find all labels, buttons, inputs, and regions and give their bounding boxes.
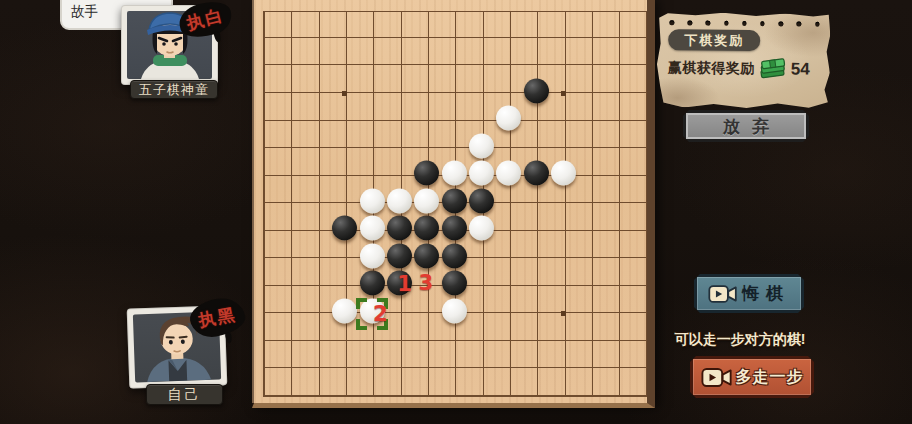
white-stone[interactable]	[469, 161, 494, 186]
white-stone[interactable]	[496, 161, 521, 186]
white-stone[interactable]	[496, 106, 521, 131]
white-stone[interactable]	[360, 216, 385, 241]
extra-move-button[interactable]: 多走一步	[690, 356, 814, 398]
black-stone[interactable]	[442, 271, 467, 296]
self-name: 自己	[168, 386, 202, 404]
speech-text: 故手	[71, 3, 98, 21]
black-stone[interactable]	[414, 216, 439, 241]
give-up-button[interactable]: 放弃	[683, 110, 809, 142]
self-name-badge: 自己	[146, 384, 223, 405]
black-stone[interactable]	[414, 243, 439, 268]
move-number-1: 1	[397, 272, 412, 296]
white-stone[interactable]	[469, 133, 494, 158]
reward-desc: 赢棋获得奖励	[668, 59, 755, 78]
black-stone[interactable]	[442, 243, 467, 268]
side-label-white: 执白	[184, 4, 226, 36]
white-stone[interactable]	[551, 161, 576, 186]
white-stone[interactable]	[387, 188, 412, 213]
white-stone[interactable]	[360, 188, 385, 213]
gomoku-board[interactable]: 123	[252, 0, 655, 408]
opponent-name: 五子棋神童	[139, 81, 209, 99]
reward-panel: 下棋奖励 赢棋获得奖励 54	[657, 12, 831, 109]
board-grid[interactable]	[249, 0, 659, 410]
white-stone[interactable]	[469, 216, 494, 241]
ad-video-icon	[708, 283, 738, 305]
ad-video-icon	[701, 366, 733, 389]
extra-move-label: 多走一步	[736, 367, 804, 388]
game-screen: 123 故手 执白 五子	[0, 0, 912, 424]
black-stone[interactable]	[524, 78, 549, 103]
black-stone[interactable]	[442, 188, 467, 213]
reward-title-badge: 下棋奖励	[668, 29, 760, 51]
undo-move-button[interactable]: 悔棋	[694, 274, 804, 313]
white-stone[interactable]	[442, 298, 467, 323]
white-stone[interactable]	[414, 188, 439, 213]
side-label-black: 执黑	[197, 303, 238, 332]
black-stone[interactable]	[332, 216, 357, 241]
reward-title: 下棋奖励	[684, 31, 744, 50]
black-stone[interactable]	[387, 216, 412, 241]
reward-amount: 54	[791, 59, 810, 79]
move-number-3: 3	[419, 271, 434, 295]
black-stone[interactable]	[414, 161, 439, 186]
opponent-name-badge: 五子棋神童	[130, 80, 218, 99]
white-stone[interactable]	[332, 298, 357, 323]
black-stone[interactable]	[360, 271, 385, 296]
money-stack-icon	[758, 57, 787, 81]
black-stone[interactable]	[469, 188, 494, 213]
black-stone[interactable]	[387, 243, 412, 268]
black-stone[interactable]	[442, 216, 467, 241]
give-up-label: 放弃	[711, 115, 781, 138]
undo-label: 悔棋	[742, 282, 790, 305]
parchment-holes	[669, 20, 819, 26]
reward-line: 赢棋获得奖励 54	[668, 57, 810, 79]
white-stone[interactable]	[442, 161, 467, 186]
black-stone[interactable]	[524, 161, 549, 186]
move-number-2: 2	[373, 301, 388, 325]
hint-text: 可以走一步对方的棋!	[660, 331, 820, 349]
white-stone[interactable]	[360, 243, 385, 268]
